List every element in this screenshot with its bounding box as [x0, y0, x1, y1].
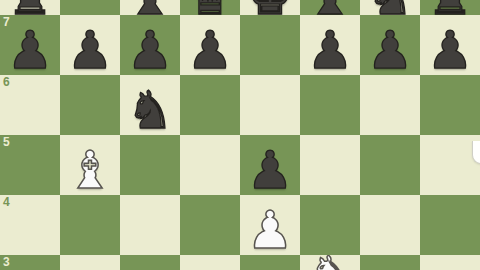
square-f7[interactable]: ♟ [300, 15, 360, 75]
square-a8[interactable]: ♜ [0, 0, 60, 15]
piece-black-pawn[interactable]: ♟ [300, 20, 360, 75]
square-g8[interactable]: ♞ [360, 0, 420, 15]
square-c5[interactable] [120, 135, 180, 195]
piece-black-pawn[interactable]: ♟ [120, 20, 180, 75]
square-f4[interactable] [300, 195, 360, 255]
piece-black-pawn[interactable]: ♟ [180, 20, 240, 75]
chess-board[interactable]: ♜♝♛♚♝♞♜7♟♟♟♟♟♟♟6♞5♝♟4♟3♞ [0, 0, 480, 270]
square-e7[interactable] [240, 15, 300, 75]
square-a7[interactable]: 7♟ [0, 15, 60, 75]
square-c3[interactable] [120, 255, 180, 270]
square-f3[interactable]: ♞ [300, 255, 360, 270]
square-e5[interactable]: ♟ [240, 135, 300, 195]
square-b4[interactable] [60, 195, 120, 255]
square-g7[interactable]: ♟ [360, 15, 420, 75]
square-b5[interactable]: ♝ [60, 135, 120, 195]
square-e4[interactable]: ♟ [240, 195, 300, 255]
rank-label-6: 6 [3, 76, 10, 89]
piece-black-queen[interactable]: ♛ [180, 0, 240, 15]
square-f5[interactable] [300, 135, 360, 195]
square-f6[interactable] [300, 75, 360, 135]
square-h4[interactable] [420, 195, 480, 255]
overlay-panel-corner [472, 141, 480, 164]
square-g4[interactable] [360, 195, 420, 255]
piece-black-pawn[interactable]: ♟ [360, 20, 420, 75]
square-b8[interactable] [60, 0, 120, 15]
square-b7[interactable]: ♟ [60, 15, 120, 75]
square-g5[interactable] [360, 135, 420, 195]
piece-black-knight[interactable]: ♞ [120, 80, 180, 135]
square-e8[interactable]: ♚ [240, 0, 300, 15]
square-d7[interactable]: ♟ [180, 15, 240, 75]
piece-black-bishop[interactable]: ♝ [120, 0, 180, 15]
square-d5[interactable] [180, 135, 240, 195]
rank-label-5: 5 [3, 136, 10, 149]
piece-white-pawn[interactable]: ♟ [240, 200, 300, 255]
piece-black-rook[interactable]: ♜ [420, 0, 480, 15]
square-d6[interactable] [180, 75, 240, 135]
square-e6[interactable] [240, 75, 300, 135]
square-h3[interactable] [420, 255, 480, 270]
square-g3[interactable] [360, 255, 420, 270]
square-a5[interactable]: 5 [0, 135, 60, 195]
square-d8[interactable]: ♛ [180, 0, 240, 15]
square-e3[interactable] [240, 255, 300, 270]
square-h7[interactable]: ♟ [420, 15, 480, 75]
piece-black-pawn[interactable]: ♟ [60, 20, 120, 75]
square-h6[interactable] [420, 75, 480, 135]
square-a3[interactable]: 3 [0, 255, 60, 270]
square-d4[interactable] [180, 195, 240, 255]
square-b6[interactable] [60, 75, 120, 135]
piece-black-pawn[interactable]: ♟ [240, 140, 300, 195]
square-h5[interactable] [420, 135, 480, 195]
rank-label-3: 3 [3, 256, 10, 269]
piece-black-pawn[interactable]: ♟ [420, 20, 480, 75]
square-a4[interactable]: 4 [0, 195, 60, 255]
square-h8[interactable]: ♜ [420, 0, 480, 15]
piece-black-rook[interactable]: ♜ [0, 0, 60, 15]
square-g6[interactable] [360, 75, 420, 135]
square-b3[interactable] [60, 255, 120, 270]
piece-white-knight[interactable]: ♞ [300, 255, 360, 270]
piece-black-knight[interactable]: ♞ [360, 0, 420, 15]
piece-black-king[interactable]: ♚ [240, 0, 300, 15]
rank-label-4: 4 [3, 196, 10, 209]
piece-white-bishop[interactable]: ♝ [60, 140, 120, 195]
app-screen: ♜♝♛♚♝♞♜7♟♟♟♟♟♟♟6♞5♝♟4♟3♞ [0, 0, 480, 270]
square-d3[interactable] [180, 255, 240, 270]
piece-black-bishop[interactable]: ♝ [300, 0, 360, 15]
square-c8[interactable]: ♝ [120, 0, 180, 15]
square-f8[interactable]: ♝ [300, 0, 360, 15]
square-a6[interactable]: 6 [0, 75, 60, 135]
square-c7[interactable]: ♟ [120, 15, 180, 75]
square-c6[interactable]: ♞ [120, 75, 180, 135]
piece-black-pawn[interactable]: ♟ [0, 20, 60, 75]
square-c4[interactable] [120, 195, 180, 255]
